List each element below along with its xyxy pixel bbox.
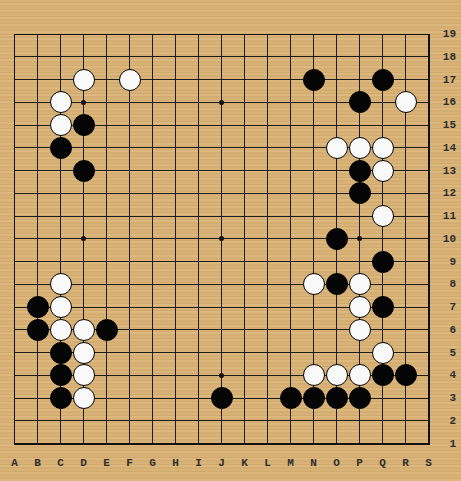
black-stone-O3 <box>326 387 348 409</box>
row-label-4: 4 <box>434 368 456 382</box>
white-stone-D5 <box>73 342 95 364</box>
black-stone-M3 <box>280 387 302 409</box>
black-stone-Q9 <box>372 251 394 273</box>
black-stone-D13 <box>73 160 95 182</box>
black-stone-J3 <box>211 387 233 409</box>
black-stone-C5 <box>50 342 72 364</box>
black-stone-C14 <box>50 137 72 159</box>
white-stone-Q11 <box>372 205 394 227</box>
col-label-P: P <box>350 456 370 470</box>
col-label-R: R <box>396 456 416 470</box>
black-stone-E6 <box>96 319 118 341</box>
row-label-3: 3 <box>434 391 456 405</box>
row-label-16: 16 <box>434 95 456 109</box>
white-stone-N4 <box>303 364 325 386</box>
row-label-10: 10 <box>434 232 456 246</box>
col-label-L: L <box>258 456 278 470</box>
hoshi-P10 <box>357 236 362 241</box>
white-stone-C16 <box>50 91 72 113</box>
black-stone-C3 <box>50 387 72 409</box>
black-stone-P13 <box>349 160 371 182</box>
white-stone-P14 <box>349 137 371 159</box>
row-label-12: 12 <box>434 186 456 200</box>
white-stone-F17 <box>119 69 141 91</box>
white-stone-P8 <box>349 273 371 295</box>
white-stone-Q5 <box>372 342 394 364</box>
col-label-I: I <box>189 456 209 470</box>
black-stone-C4 <box>50 364 72 386</box>
white-stone-C15 <box>50 114 72 136</box>
black-stone-P16 <box>349 91 371 113</box>
screenshot-root: ABCDEFGHIJKLMNOPQRS 19181716151413121110… <box>0 0 461 481</box>
col-label-H: H <box>166 456 186 470</box>
col-label-K: K <box>235 456 255 470</box>
white-stone-C8 <box>50 273 72 295</box>
col-label-E: E <box>97 456 117 470</box>
white-stone-D6 <box>73 319 95 341</box>
row-label-13: 13 <box>434 164 456 178</box>
white-stone-R16 <box>395 91 417 113</box>
row-label-7: 7 <box>434 300 456 314</box>
black-stone-N17 <box>303 69 325 91</box>
white-stone-D4 <box>73 364 95 386</box>
hoshi-J10 <box>219 236 224 241</box>
row-label-9: 9 <box>434 255 456 269</box>
row-label-17: 17 <box>434 73 456 87</box>
white-stone-C6 <box>50 319 72 341</box>
col-label-A: A <box>5 456 25 470</box>
col-label-N: N <box>304 456 324 470</box>
black-stone-Q4 <box>372 364 394 386</box>
black-stone-O10 <box>326 228 348 250</box>
row-label-11: 11 <box>434 209 456 223</box>
col-label-G: G <box>143 456 163 470</box>
white-stone-P7 <box>349 296 371 318</box>
hoshi-D16 <box>81 100 86 105</box>
col-label-F: F <box>120 456 140 470</box>
black-stone-O8 <box>326 273 348 295</box>
white-stone-P6 <box>349 319 371 341</box>
white-stone-D3 <box>73 387 95 409</box>
white-stone-P4 <box>349 364 371 386</box>
white-stone-O4 <box>326 364 348 386</box>
row-label-2: 2 <box>434 414 456 428</box>
col-label-D: D <box>74 456 94 470</box>
row-label-1: 1 <box>434 437 456 451</box>
black-stone-Q17 <box>372 69 394 91</box>
col-label-S: S <box>419 456 439 470</box>
black-stone-R4 <box>395 364 417 386</box>
row-label-6: 6 <box>434 323 456 337</box>
black-stone-N3 <box>303 387 325 409</box>
white-stone-N8 <box>303 273 325 295</box>
col-label-C: C <box>51 456 71 470</box>
hoshi-D10 <box>81 236 86 241</box>
black-stone-B6 <box>27 319 49 341</box>
white-stone-Q13 <box>372 160 394 182</box>
row-label-8: 8 <box>434 277 456 291</box>
black-stone-D15 <box>73 114 95 136</box>
row-label-14: 14 <box>434 141 456 155</box>
col-label-O: O <box>327 456 347 470</box>
white-stone-C7 <box>50 296 72 318</box>
white-stone-Q14 <box>372 137 394 159</box>
col-label-J: J <box>212 456 232 470</box>
black-stone-P3 <box>349 387 371 409</box>
col-label-B: B <box>28 456 48 470</box>
col-label-Q: Q <box>373 456 393 470</box>
white-stone-D17 <box>73 69 95 91</box>
black-stone-B7 <box>27 296 49 318</box>
row-label-19: 19 <box>434 27 456 41</box>
row-label-18: 18 <box>434 50 456 64</box>
row-label-5: 5 <box>434 346 456 360</box>
row-label-15: 15 <box>434 118 456 132</box>
black-stone-Q7 <box>372 296 394 318</box>
col-label-M: M <box>281 456 301 470</box>
black-stone-P12 <box>349 182 371 204</box>
white-stone-O14 <box>326 137 348 159</box>
hoshi-J16 <box>219 100 224 105</box>
hoshi-J4 <box>219 373 224 378</box>
go-board[interactable]: ABCDEFGHIJKLMNOPQRS 19181716151413121110… <box>0 0 461 481</box>
